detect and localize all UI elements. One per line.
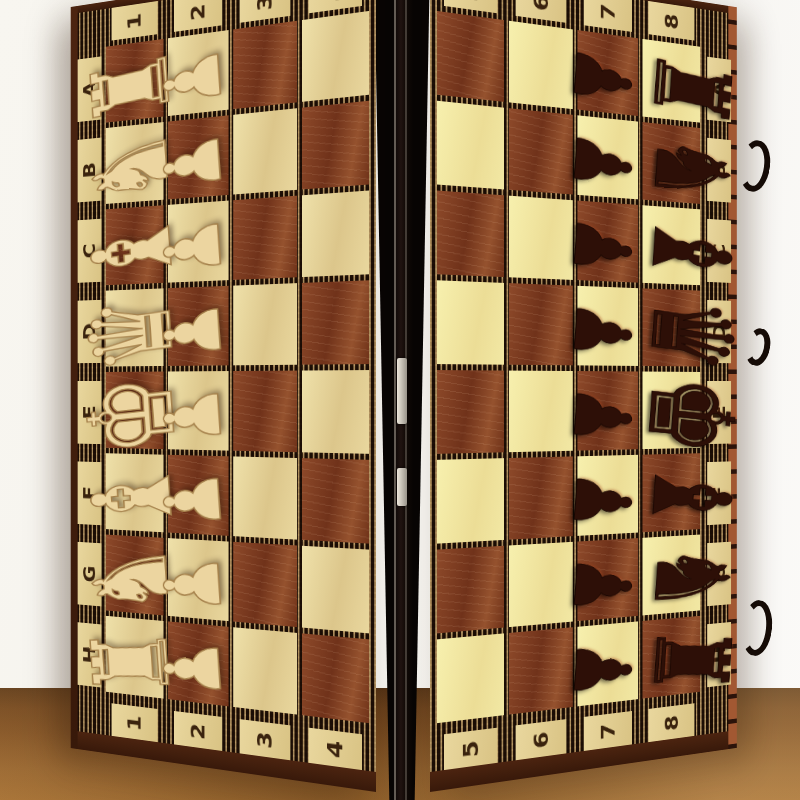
square-b1 <box>106 122 164 204</box>
file-label-e: E <box>707 381 731 444</box>
square-h3 <box>233 627 297 714</box>
file-label-c: C <box>78 219 102 283</box>
file-label-c: C <box>707 219 731 283</box>
square-f8 <box>643 453 701 532</box>
square-a1 <box>106 39 164 123</box>
square-f6 <box>509 456 573 539</box>
square-e2 <box>168 371 229 451</box>
rank-label-bottom-5: 5 <box>444 728 497 770</box>
file-label-b: B <box>78 138 102 203</box>
rank-label-bottom-8: 8 <box>648 703 694 742</box>
rank-label-top-4: 4 <box>309 0 362 13</box>
square-f7 <box>577 455 638 536</box>
file-label-h: H <box>78 622 102 687</box>
square-g3 <box>233 542 297 627</box>
square-f4 <box>302 458 369 543</box>
rank-label-bottom-6: 6 <box>516 719 567 760</box>
file-label-e: E <box>78 381 102 444</box>
square-a5 <box>437 11 504 102</box>
file-label-g: G <box>78 542 102 607</box>
square-h8 <box>643 616 701 699</box>
rank-label-top-5: 5 <box>444 0 497 13</box>
rank-label-top-2: 2 <box>174 0 222 32</box>
square-h1 <box>106 616 164 699</box>
square-h2 <box>168 621 229 706</box>
board-hinge <box>374 0 430 800</box>
square-d7 <box>577 286 638 366</box>
square-g2 <box>168 538 229 621</box>
square-h5 <box>437 633 504 723</box>
square-e1 <box>106 372 164 450</box>
hinge-pin-icon <box>397 358 407 424</box>
square-g7 <box>577 538 638 621</box>
square-d8 <box>643 288 701 366</box>
square-h6 <box>509 627 573 714</box>
rank-label-bottom-3: 3 <box>240 719 291 760</box>
square-b5 <box>437 101 504 190</box>
square-h7 <box>577 621 638 706</box>
board-frame-outer <box>71 6 78 749</box>
square-e6 <box>509 371 573 453</box>
square-a4 <box>302 11 369 102</box>
square-b2 <box>168 115 229 199</box>
square-f2 <box>168 455 229 536</box>
square-b4 <box>302 101 369 190</box>
square-e8 <box>643 372 701 450</box>
file-label-d: D <box>78 300 102 363</box>
square-g4 <box>302 546 369 634</box>
file-label-a: A <box>78 56 102 122</box>
square-a2 <box>168 30 229 116</box>
square-c3 <box>233 196 297 280</box>
square-f5 <box>437 458 504 543</box>
rank-label-top-8: 8 <box>648 1 694 41</box>
square-c8 <box>643 205 701 285</box>
square-c1 <box>106 205 164 285</box>
square-f1 <box>106 453 164 532</box>
rank-label-bottom-7: 7 <box>584 711 632 751</box>
rank-label-bottom-2: 2 <box>174 711 222 751</box>
square-c5 <box>437 190 504 277</box>
file-label-d: D <box>707 300 731 363</box>
rank-label-top-1: 1 <box>112 1 158 41</box>
square-c4 <box>302 190 369 277</box>
square-e5 <box>437 370 504 454</box>
square-g6 <box>509 542 573 627</box>
square-a3 <box>233 21 297 109</box>
square-b3 <box>233 108 297 194</box>
hinge-highlight <box>394 0 396 800</box>
square-g5 <box>437 546 504 634</box>
square-h4 <box>302 633 369 723</box>
square-f3 <box>233 456 297 539</box>
file-label-g: G <box>707 542 731 607</box>
square-g1 <box>106 535 164 616</box>
rank-label-top-7: 7 <box>584 0 632 32</box>
square-b6 <box>509 108 573 194</box>
right-board-panel: 56785678ABCDEFGH♟♜♟♞♟♝♟♛♟♚♟♝♟♞♟♜ <box>430 0 735 792</box>
square-c2 <box>168 201 229 283</box>
file-label-h: H <box>707 622 731 687</box>
chess-set-photo: 12341234ABCDEFGH♜♟♞♟♝♟♛♟♚♟♝♟♞♟♜♟ 5678567… <box>0 0 800 800</box>
rank-label-bottom-4: 4 <box>309 728 362 770</box>
square-d5 <box>437 280 504 364</box>
rank-label-top-3: 3 <box>240 0 291 23</box>
square-a6 <box>509 21 573 109</box>
square-b8 <box>643 122 701 204</box>
board-scene: 12341234ABCDEFGH♜♟♞♟♝♟♛♟♚♟♝♟♞♟♜♟ 5678567… <box>0 0 800 800</box>
square-d2 <box>168 286 229 366</box>
file-label-b: B <box>707 138 731 203</box>
square-d4 <box>302 280 369 364</box>
file-label-f: F <box>78 461 102 525</box>
square-a7 <box>577 30 638 116</box>
square-g8 <box>643 535 701 616</box>
rank-label-top-6: 6 <box>516 0 567 23</box>
square-d3 <box>233 283 297 365</box>
square-d6 <box>509 283 573 365</box>
square-c7 <box>577 201 638 283</box>
square-c6 <box>509 196 573 280</box>
square-a8 <box>643 39 701 123</box>
file-label-f: F <box>707 461 731 525</box>
square-d1 <box>106 288 164 366</box>
file-label-a: A <box>707 57 731 123</box>
hinge-pin-icon <box>397 468 407 506</box>
left-board-panel: 12341234ABCDEFGH♜♟♞♟♝♟♛♟♚♟♝♟♞♟♜♟ <box>71 0 376 792</box>
square-e7 <box>577 371 638 451</box>
square-b7 <box>577 115 638 199</box>
rank-label-bottom-1: 1 <box>112 703 158 742</box>
square-e3 <box>233 371 297 453</box>
square-e4 <box>302 370 369 454</box>
